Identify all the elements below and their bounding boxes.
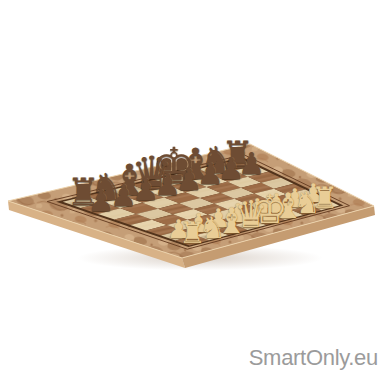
- chess-board: [0, 0, 388, 388]
- watermark-smartonly: SmartOnly.eu: [249, 345, 378, 371]
- product-photo-scene: ♜♞♟♝♟♚♟♛♟♝♟♞♟♟♜♟♟♜♟♟♞♟♝♟♚♛♟♝♟♞♟♜ SmartOn…: [0, 0, 388, 388]
